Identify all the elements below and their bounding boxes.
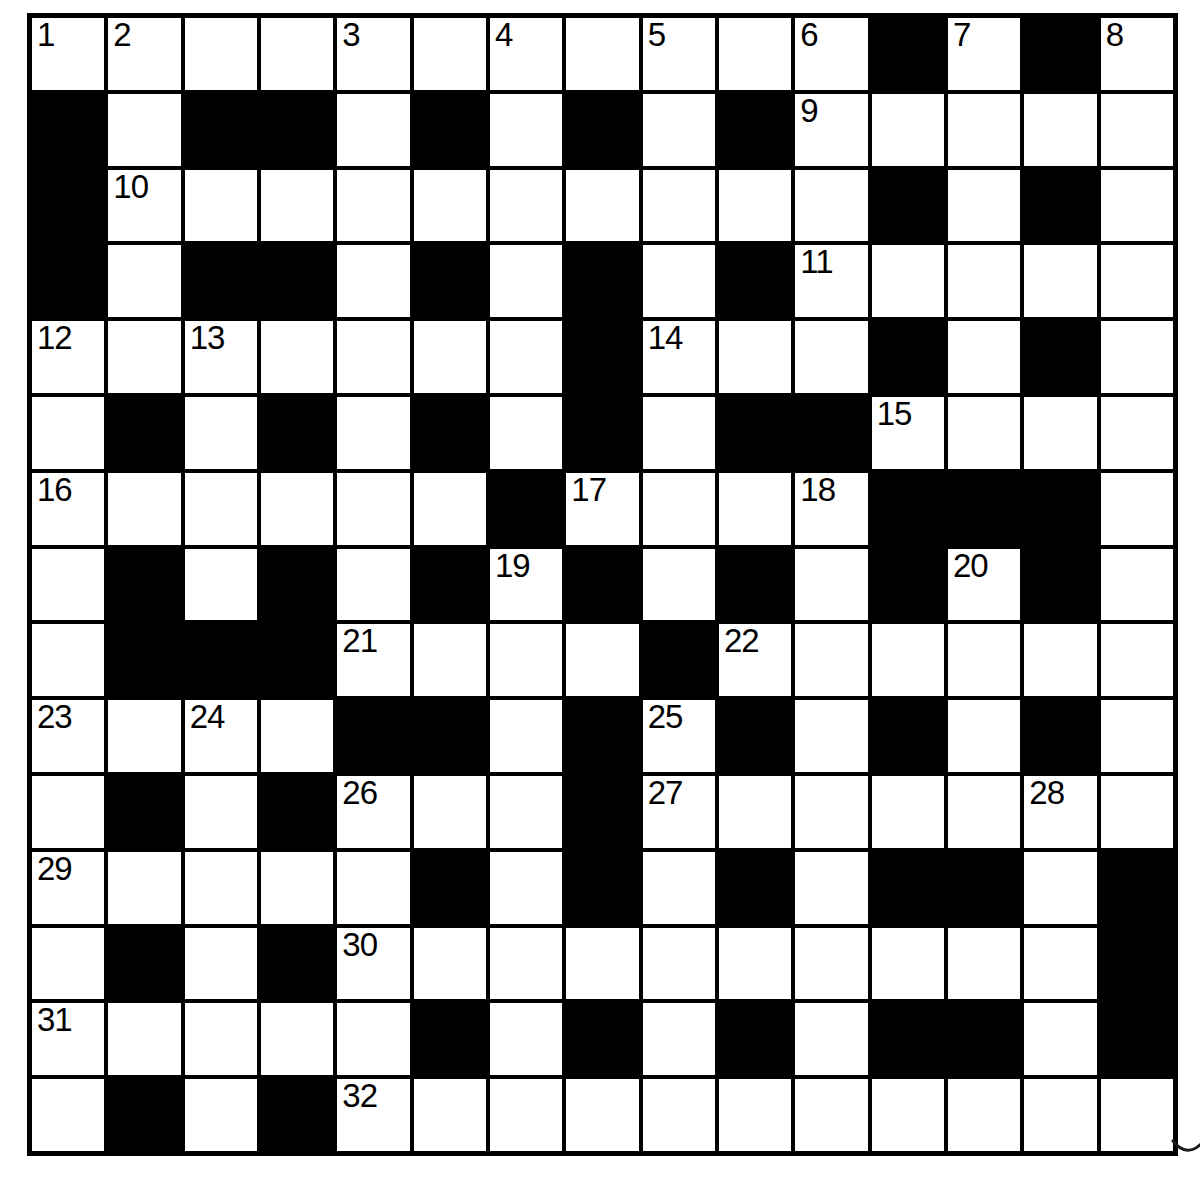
cell-r15c11[interactable] [795,1079,867,1151]
cell-r13c5[interactable]: 30 [337,928,409,1000]
cell-r3c8[interactable] [566,170,638,242]
cell-r8c4 [261,549,333,621]
cell-r1c10[interactable] [719,18,791,90]
cell-r13c8[interactable] [566,928,638,1000]
clue-number-3: 3 [342,17,359,53]
cell-r14c10 [719,1003,791,1075]
cell-r3c11[interactable] [795,170,867,242]
clue-number-16: 16 [37,472,72,508]
cell-r10c13[interactable] [948,700,1020,772]
clue-number-28: 28 [1029,775,1064,811]
cell-r4c14[interactable] [1024,245,1096,317]
cell-r8c15[interactable] [1101,549,1173,621]
cell-r14c2[interactable] [108,1003,180,1075]
cell-r14c15 [1101,1003,1173,1075]
clue-number-30: 30 [342,927,377,963]
cell-r11c15[interactable] [1101,776,1173,848]
cell-r5c12 [872,321,944,393]
cell-r3c14 [1024,170,1096,242]
clue-number-9: 9 [800,93,817,129]
clue-number-29: 29 [37,851,72,887]
cell-r14c11[interactable] [795,1003,867,1075]
cell-r9c5[interactable]: 21 [337,624,409,696]
cell-r2c9[interactable] [643,94,715,166]
cell-r1c15[interactable]: 8 [1101,18,1173,90]
cell-r1c7[interactable]: 4 [490,18,562,90]
cell-r8c5[interactable] [337,549,409,621]
cell-r2c7[interactable] [490,94,562,166]
cell-r4c11[interactable]: 11 [795,245,867,317]
cell-r1c13[interactable]: 7 [948,18,1020,90]
cell-r5c5[interactable] [337,321,409,393]
cell-r11c11[interactable] [795,776,867,848]
cell-r15c8[interactable] [566,1079,638,1151]
cell-r3c13[interactable] [948,170,1020,242]
cell-r15c13[interactable] [948,1079,1020,1151]
cell-r6c7[interactable] [490,397,562,469]
cell-r15c4 [261,1079,333,1151]
cell-r6c14[interactable] [1024,397,1096,469]
cell-r14c5[interactable] [337,1003,409,1075]
cell-r10c11[interactable] [795,700,867,772]
clue-number-13: 13 [190,320,225,356]
cell-r6c9[interactable] [643,397,715,469]
cell-r3c7[interactable] [490,170,562,242]
cell-r15c10[interactable] [719,1079,791,1151]
cell-r4c5[interactable] [337,245,409,317]
cell-r13c6[interactable] [414,928,486,1000]
cell-r2c4 [261,94,333,166]
cell-r11c4 [261,776,333,848]
clue-number-10: 10 [113,169,148,205]
cell-r2c12[interactable] [872,94,944,166]
cell-r10c5 [337,700,409,772]
clue-number-21: 21 [342,623,377,659]
cell-r12c12 [872,852,944,924]
cell-r1c14 [1024,18,1096,90]
cell-r8c3[interactable] [185,549,257,621]
clue-number-6: 6 [800,17,817,53]
cell-r1c5[interactable]: 3 [337,18,409,90]
cell-r9c7[interactable] [490,624,562,696]
cell-r14c8 [566,1003,638,1075]
clue-number-32: 32 [342,1078,377,1114]
cell-r12c6 [414,852,486,924]
cell-r14c6 [414,1003,486,1075]
cell-r7c6[interactable] [414,473,486,545]
cell-r15c14[interactable] [1024,1079,1096,1151]
cell-r6c15[interactable] [1101,397,1173,469]
cell-r6c11 [795,397,867,469]
cell-r4c13[interactable] [948,245,1020,317]
cell-r3c4[interactable] [261,170,333,242]
cell-r2c11[interactable]: 9 [795,94,867,166]
clue-number-2: 2 [113,17,130,53]
cell-r5c2[interactable] [108,321,180,393]
cell-r4c2[interactable] [108,245,180,317]
cell-r11c6[interactable] [414,776,486,848]
cell-r8c11[interactable] [795,549,867,621]
cell-r15c6[interactable] [414,1079,486,1151]
cell-r1c1[interactable]: 1 [32,18,104,90]
cell-r7c1[interactable]: 16 [32,473,104,545]
cell-r15c15[interactable] [1101,1079,1173,1151]
cell-r3c6[interactable] [414,170,486,242]
cell-r7c12 [872,473,944,545]
cell-r14c7[interactable] [490,1003,562,1075]
cell-r13c9[interactable] [643,928,715,1000]
cell-r4c9[interactable] [643,245,715,317]
cell-r10c7[interactable] [490,700,562,772]
cell-r9c13[interactable] [948,624,1020,696]
cell-r6c3[interactable] [185,397,257,469]
cell-r3c5[interactable] [337,170,409,242]
cell-r12c4[interactable] [261,852,333,924]
cell-r9c2 [108,624,180,696]
cell-r2c14[interactable] [1024,94,1096,166]
clue-number-26: 26 [342,775,377,811]
cell-r12c10 [719,852,791,924]
cell-r2c8 [566,94,638,166]
clue-number-15: 15 [877,396,912,432]
clue-number-31: 31 [37,1002,72,1038]
cell-r9c10[interactable]: 22 [719,624,791,696]
clue-number-17: 17 [571,472,606,508]
cell-r10c15[interactable] [1101,700,1173,772]
cell-r1c3[interactable] [185,18,257,90]
cell-r5c1[interactable]: 12 [32,321,104,393]
cell-r6c2 [108,397,180,469]
cell-r14c12 [872,1003,944,1075]
cell-r14c9[interactable] [643,1003,715,1075]
cell-r12c5[interactable] [337,852,409,924]
cell-r11c10[interactable] [719,776,791,848]
cell-r8c13[interactable]: 20 [948,549,1020,621]
cell-r5c15[interactable] [1101,321,1173,393]
cell-r14c14[interactable] [1024,1003,1096,1075]
cell-r10c14 [1024,700,1096,772]
cell-r13c2 [108,928,180,1000]
cell-r12c11[interactable] [795,852,867,924]
cell-r12c13 [948,852,1020,924]
cell-r7c5[interactable] [337,473,409,545]
cell-r9c14[interactable] [1024,624,1096,696]
cell-r2c10 [719,94,791,166]
cell-r3c2[interactable]: 10 [108,170,180,242]
cell-r10c8 [566,700,638,772]
cell-r6c8 [566,397,638,469]
cell-r14c3[interactable] [185,1003,257,1075]
cell-r10c10 [719,700,791,772]
cell-r8c1[interactable] [32,549,104,621]
cell-r9c9 [643,624,715,696]
clue-number-18: 18 [800,472,835,508]
cell-r11c14[interactable]: 28 [1024,776,1096,848]
cell-r8c8 [566,549,638,621]
cell-r5c13[interactable] [948,321,1020,393]
cell-r4c8 [566,245,638,317]
cell-r8c10 [719,549,791,621]
clue-number-19: 19 [495,548,530,584]
cell-r5c14 [1024,321,1096,393]
cell-r10c9[interactable]: 25 [643,700,715,772]
cell-r3c9[interactable] [643,170,715,242]
cell-r5c4[interactable] [261,321,333,393]
cell-r2c6 [414,94,486,166]
cell-r12c14[interactable] [1024,852,1096,924]
cell-r15c5[interactable]: 32 [337,1079,409,1151]
cell-r6c12[interactable]: 15 [872,397,944,469]
cell-r9c1[interactable] [32,624,104,696]
cell-r10c3[interactable]: 24 [185,700,257,772]
cell-r11c8 [566,776,638,848]
cell-r15c12[interactable] [872,1079,944,1151]
cell-r3c1 [32,170,104,242]
cell-r9c15[interactable] [1101,624,1173,696]
cell-r6c6 [414,397,486,469]
cell-r11c9[interactable]: 27 [643,776,715,848]
clue-number-4: 4 [495,17,512,53]
cell-r4c10 [719,245,791,317]
cell-r9c11[interactable] [795,624,867,696]
cell-r1c11[interactable]: 6 [795,18,867,90]
crossword-page: 1234567891011121314151617181920212223242… [0,0,1200,1182]
cell-r12c3[interactable] [185,852,257,924]
cell-r8c9[interactable] [643,549,715,621]
cell-r13c12[interactable] [872,928,944,1000]
cell-r1c4[interactable] [261,18,333,90]
cell-r4c15[interactable] [1101,245,1173,317]
cell-r10c2[interactable] [108,700,180,772]
cell-r2c15[interactable] [1101,94,1173,166]
cell-r6c1[interactable] [32,397,104,469]
cell-r11c2 [108,776,180,848]
cell-r3c15[interactable] [1101,170,1173,242]
cell-r4c1 [32,245,104,317]
cell-r1c2[interactable]: 2 [108,18,180,90]
cell-r15c1[interactable] [32,1079,104,1151]
clue-number-25: 25 [648,699,683,735]
cell-r13c13[interactable] [948,928,1020,1000]
cell-r14c13 [948,1003,1020,1075]
cell-r5c9[interactable]: 14 [643,321,715,393]
cell-r13c7[interactable] [490,928,562,1000]
cell-r7c7 [490,473,562,545]
cell-r10c6 [414,700,486,772]
cell-r8c6 [414,549,486,621]
cell-r13c4 [261,928,333,1000]
cell-r5c6[interactable] [414,321,486,393]
cell-r2c2[interactable] [108,94,180,166]
cell-r14c4[interactable] [261,1003,333,1075]
cell-r6c4 [261,397,333,469]
cell-r2c3 [185,94,257,166]
cell-r11c13[interactable] [948,776,1020,848]
cell-r12c1[interactable]: 29 [32,852,104,924]
cell-r7c10[interactable] [719,473,791,545]
cell-r4c4 [261,245,333,317]
cell-r4c3 [185,245,257,317]
cell-r9c8[interactable] [566,624,638,696]
cell-r8c14 [1024,549,1096,621]
cell-r7c15[interactable] [1101,473,1173,545]
cell-r13c10[interactable] [719,928,791,1000]
clue-number-24: 24 [190,699,225,735]
cell-r11c5[interactable]: 26 [337,776,409,848]
watermark-squiggle-icon [1171,1135,1200,1159]
cell-r3c10[interactable] [719,170,791,242]
cell-r7c11[interactable]: 18 [795,473,867,545]
cell-r8c2 [108,549,180,621]
clue-number-14: 14 [648,320,683,356]
cell-r7c8[interactable]: 17 [566,473,638,545]
cell-r12c9[interactable] [643,852,715,924]
cell-r5c7[interactable] [490,321,562,393]
clue-number-7: 7 [953,17,970,53]
cell-r7c13 [948,473,1020,545]
cell-r10c12 [872,700,944,772]
cell-r1c12 [872,18,944,90]
cell-r11c7[interactable] [490,776,562,848]
cell-r11c3[interactable] [185,776,257,848]
cell-r9c3 [185,624,257,696]
cell-r2c1 [32,94,104,166]
cell-r1c6[interactable] [414,18,486,90]
cell-r11c12[interactable] [872,776,944,848]
cell-r9c6[interactable] [414,624,486,696]
cell-r1c8[interactable] [566,18,638,90]
cell-r7c3[interactable] [185,473,257,545]
cell-r2c5[interactable] [337,94,409,166]
clue-number-27: 27 [648,775,683,811]
cell-r5c11[interactable] [795,321,867,393]
cell-r5c10[interactable] [719,321,791,393]
cell-r3c3[interactable] [185,170,257,242]
cell-r13c3[interactable] [185,928,257,1000]
cell-r7c4[interactable] [261,473,333,545]
cell-r15c7[interactable] [490,1079,562,1151]
cell-r6c13[interactable] [948,397,1020,469]
cell-r2c13[interactable] [948,94,1020,166]
cell-r12c7[interactable] [490,852,562,924]
cell-r8c12 [872,549,944,621]
cell-r11c1[interactable] [32,776,104,848]
cell-r6c5[interactable] [337,397,409,469]
clue-number-12: 12 [37,320,72,356]
cell-r7c2[interactable] [108,473,180,545]
cell-r15c9[interactable] [643,1079,715,1151]
cell-r15c3[interactable] [185,1079,257,1151]
cell-r4c12[interactable] [872,245,944,317]
cell-r5c8 [566,321,638,393]
cell-r13c14[interactable] [1024,928,1096,1000]
cell-r8c7[interactable]: 19 [490,549,562,621]
cell-r9c4 [261,624,333,696]
cell-r3c12 [872,170,944,242]
cell-r4c6 [414,245,486,317]
clue-number-20: 20 [953,548,988,584]
cell-r13c1[interactable] [32,928,104,1000]
cell-r14c1[interactable]: 31 [32,1003,104,1075]
cell-r7c14 [1024,473,1096,545]
clue-number-5: 5 [648,17,665,53]
cell-r1c9[interactable]: 5 [643,18,715,90]
cell-r12c8 [566,852,638,924]
cell-r13c11[interactable] [795,928,867,1000]
clue-number-1: 1 [37,17,54,53]
cell-r10c1[interactable]: 23 [32,700,104,772]
cell-r15c2 [108,1079,180,1151]
cell-r9c12[interactable] [872,624,944,696]
cell-r13c15 [1101,928,1173,1000]
clue-number-8: 8 [1106,17,1123,53]
clue-number-22: 22 [724,623,759,659]
cell-r10c4[interactable] [261,700,333,772]
cell-r6c10 [719,397,791,469]
cell-r7c9[interactable] [643,473,715,545]
cell-r12c15 [1101,852,1173,924]
crossword-grid: 1234567891011121314151617181920212223242… [27,13,1178,1156]
clue-number-11: 11 [800,244,832,280]
clue-number-23: 23 [37,699,72,735]
cell-r12c2[interactable] [108,852,180,924]
cell-r5c3[interactable]: 13 [185,321,257,393]
cell-r4c7[interactable] [490,245,562,317]
